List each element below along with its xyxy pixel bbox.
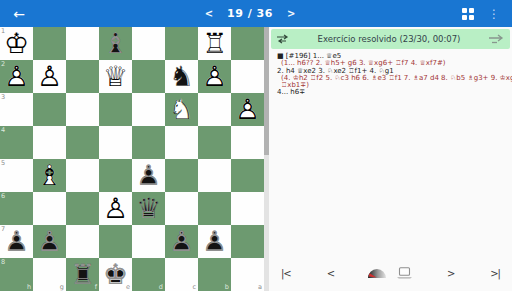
rank-label: 1: [1, 27, 5, 35]
square-a5[interactable]: [231, 159, 264, 192]
square-g6[interactable]: [33, 192, 66, 225]
swap-arrows-icon[interactable]: [276, 34, 290, 44]
square-h8[interactable]: 8h: [0, 258, 33, 291]
square-f2[interactable]: [66, 60, 99, 93]
black-pawn[interactable]: ♟♙: [33, 225, 66, 258]
forward-arrow-icon[interactable]: [488, 34, 505, 44]
chess-board: 1♚♔♝♗♜♖2♟♙♟♙♛♕♞♘♟♙3♞♘♟♙45♝♗♟♙6♟♙♛♕7♟♙♟♙♟…: [0, 27, 264, 291]
square-a4[interactable]: [231, 126, 264, 159]
square-g1[interactable]: [33, 27, 66, 60]
square-e4[interactable]: [99, 126, 132, 159]
black-pawn[interactable]: ♟♙: [165, 225, 198, 258]
square-c5[interactable]: [165, 159, 198, 192]
file-label: h: [27, 283, 31, 291]
file-label: c: [192, 283, 196, 291]
next-exercise-icon[interactable]: >: [287, 8, 295, 19]
square-f4[interactable]: [66, 126, 99, 159]
next-move-button[interactable]: >: [445, 268, 456, 279]
black-pawn[interactable]: ♟♙: [132, 159, 165, 192]
solved-banner: Exercício resolvido (23/30, 00:07): [271, 29, 510, 49]
previous-move-button[interactable]: <: [325, 268, 336, 279]
exercise-counter: 19 / 36: [227, 7, 273, 20]
square-d8[interactable]: d: [132, 258, 165, 291]
white-pawn[interactable]: ♟♙: [99, 192, 132, 225]
square-b5[interactable]: [198, 159, 231, 192]
white-pawn[interactable]: ♟♙: [33, 60, 66, 93]
square-c8[interactable]: c: [165, 258, 198, 291]
solved-banner-text: Exercício resolvido (23/30, 00:07): [290, 34, 488, 44]
app-bar: ← < 19 / 36 > ⋮: [0, 0, 512, 27]
square-b2[interactable]: ♟♙: [198, 60, 231, 93]
white-pawn[interactable]: ♟♙: [231, 93, 264, 126]
square-d2[interactable]: [132, 60, 165, 93]
black-queen[interactable]: ♛♕: [132, 192, 165, 225]
overflow-menu-icon[interactable]: ⋮: [488, 8, 500, 20]
square-d4[interactable]: [132, 126, 165, 159]
file-label: b: [225, 283, 229, 291]
previous-exercise-icon[interactable]: <: [205, 8, 213, 19]
rank-label: 6: [1, 192, 5, 200]
file-label: g: [60, 283, 64, 291]
square-g3[interactable]: [33, 93, 66, 126]
move-line[interactable]: ♖xb1∓): [281, 82, 508, 89]
white-bishop[interactable]: ♝♗: [33, 159, 66, 192]
notation-panel: Exercício resolvido (23/30, 00:07) ■ [#1…: [269, 27, 512, 291]
square-d1[interactable]: [132, 27, 165, 60]
square-f3[interactable]: [66, 93, 99, 126]
square-e2[interactable]: ♛♕: [99, 60, 132, 93]
square-g2[interactable]: ♟♙: [33, 60, 66, 93]
square-g5[interactable]: ♝♗: [33, 159, 66, 192]
square-c1[interactable]: [165, 27, 198, 60]
chess-training-app: ← < 19 / 36 > ⋮ 1♚♔♝♗♜♖2♟♙♟♙♛♕♞♘♟♙3♞♘♟♙4…: [0, 0, 512, 291]
square-e7[interactable]: [99, 225, 132, 258]
file-label: a: [258, 283, 262, 291]
square-a2[interactable]: [231, 60, 264, 93]
rank-label: 7: [1, 225, 5, 233]
square-b7[interactable]: ♟♙: [198, 225, 231, 258]
square-c6[interactable]: [165, 192, 198, 225]
square-c7[interactable]: ♟♙: [165, 225, 198, 258]
square-f1[interactable]: [66, 27, 99, 60]
square-e1[interactable]: ♝♗: [99, 27, 132, 60]
last-move-button[interactable]: >|: [488, 268, 502, 279]
square-e5[interactable]: [99, 159, 132, 192]
grid-view-icon[interactable]: [462, 8, 474, 20]
square-d6[interactable]: ♛♕: [132, 192, 165, 225]
black-pawn[interactable]: ♟♙: [198, 225, 231, 258]
back-arrow-icon[interactable]: ←: [0, 6, 38, 22]
square-a7[interactable]: [231, 225, 264, 258]
score-gauge-icon[interactable]: [368, 269, 386, 278]
square-b8[interactable]: b: [198, 258, 231, 291]
square-d7[interactable]: [132, 225, 165, 258]
file-label: f: [95, 283, 97, 291]
rank-label: 3: [1, 93, 5, 101]
white-rook[interactable]: ♜♖: [198, 27, 231, 60]
square-a8[interactable]: a: [231, 258, 264, 291]
move-line[interactable]: (4. ♔h2 ♖f2 5. ♘c3 h6 6. ♗e3 ♖f1 7. ♗a7 …: [281, 75, 508, 82]
square-h3[interactable]: 3: [0, 93, 33, 126]
square-h4[interactable]: 4: [0, 126, 33, 159]
first-move-button[interactable]: |<: [279, 268, 293, 279]
square-c3[interactable]: ♞♘: [165, 93, 198, 126]
move-notation: ■ [#196] 1... ♕e5(1... h6?? 2. ♕h5+ g6 3…: [277, 53, 508, 97]
white-pawn[interactable]: ♟♙: [198, 60, 231, 93]
move-line[interactable]: 4... h6∓: [277, 89, 508, 96]
square-e3[interactable]: [99, 93, 132, 126]
square-h5[interactable]: 5: [0, 159, 33, 192]
rank-label: 5: [1, 159, 5, 167]
navigation-footer: |< <: [269, 263, 512, 283]
computer-analysis-icon[interactable]: [396, 267, 413, 279]
square-c4[interactable]: [165, 126, 198, 159]
square-h6[interactable]: 6: [0, 192, 33, 225]
square-d5[interactable]: ♟♙: [132, 159, 165, 192]
square-b1[interactable]: ♜♖: [198, 27, 231, 60]
square-f7[interactable]: [66, 225, 99, 258]
square-c2[interactable]: ♞♘: [165, 60, 198, 93]
black-bishop[interactable]: ♝♗: [99, 27, 132, 60]
square-b6[interactable]: [198, 192, 231, 225]
file-label: d: [159, 283, 163, 291]
rank-label: 8: [1, 258, 5, 266]
rank-label: 2: [1, 60, 5, 68]
square-a1[interactable]: [231, 27, 264, 60]
footer-center-icons: [368, 267, 413, 279]
square-h7[interactable]: 7♟♙: [0, 225, 33, 258]
square-f6[interactable]: [66, 192, 99, 225]
file-label: e: [126, 283, 130, 291]
square-a6[interactable]: [231, 192, 264, 225]
square-e6[interactable]: ♟♙: [99, 192, 132, 225]
square-f5[interactable]: [66, 159, 99, 192]
square-h2[interactable]: 2♟♙: [0, 60, 33, 93]
square-g4[interactable]: [33, 126, 66, 159]
square-b3[interactable]: [198, 93, 231, 126]
square-a3[interactable]: ♟♙: [231, 93, 264, 126]
white-queen[interactable]: ♛♕: [99, 60, 132, 93]
square-g7[interactable]: ♟♙: [33, 225, 66, 258]
white-knight[interactable]: ♞♘: [165, 93, 198, 126]
square-f8[interactable]: f♜♖: [66, 258, 99, 291]
app-bar-actions: ⋮: [462, 8, 512, 20]
square-g8[interactable]: g: [33, 258, 66, 291]
black-knight[interactable]: ♞♘: [165, 60, 198, 93]
exercise-counter-group: < 19 / 36 >: [38, 7, 462, 20]
square-h1[interactable]: 1♚♔: [0, 27, 33, 60]
rank-label: 4: [1, 126, 5, 134]
square-e8[interactable]: e♚♔: [99, 258, 132, 291]
square-b4[interactable]: [198, 126, 231, 159]
square-d3[interactable]: [132, 93, 165, 126]
